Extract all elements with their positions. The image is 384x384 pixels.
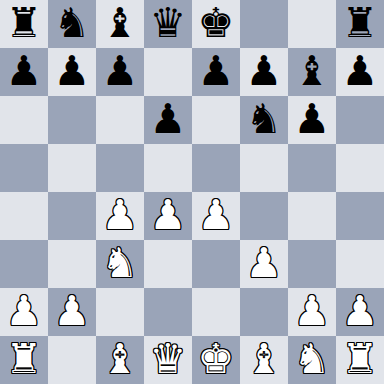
black-pawn[interactable]: ♟	[294, 95, 331, 143]
white-knight[interactable]: ♞	[294, 335, 331, 383]
square-d7[interactable]	[144, 48, 192, 96]
square-b6[interactable]	[48, 96, 96, 144]
black-king[interactable]: ♚	[198, 0, 235, 47]
square-c7[interactable]: ♟	[96, 48, 144, 96]
black-bishop[interactable]: ♝	[294, 47, 331, 95]
square-c4[interactable]: ♟	[96, 192, 144, 240]
white-bishop[interactable]: ♝	[102, 335, 139, 383]
black-pawn[interactable]: ♟	[54, 47, 91, 95]
square-d4[interactable]: ♟	[144, 192, 192, 240]
square-a8[interactable]: ♜	[0, 0, 48, 48]
square-a4[interactable]	[0, 192, 48, 240]
square-a6[interactable]	[0, 96, 48, 144]
black-rook[interactable]: ♜	[342, 0, 379, 47]
square-b8[interactable]: ♞	[48, 0, 96, 48]
white-pawn[interactable]: ♟	[54, 287, 91, 335]
square-b5[interactable]	[48, 144, 96, 192]
square-e7[interactable]: ♟	[192, 48, 240, 96]
white-knight[interactable]: ♞	[102, 239, 139, 287]
white-king[interactable]: ♚	[198, 335, 235, 383]
square-b1[interactable]	[48, 336, 96, 384]
square-h7[interactable]: ♟	[336, 48, 384, 96]
square-g7[interactable]: ♝	[288, 48, 336, 96]
square-f3[interactable]: ♟	[240, 240, 288, 288]
white-bishop[interactable]: ♝	[246, 335, 283, 383]
square-d5[interactable]	[144, 144, 192, 192]
black-pawn[interactable]: ♟	[6, 47, 43, 95]
white-pawn[interactable]: ♟	[294, 287, 331, 335]
square-c5[interactable]	[96, 144, 144, 192]
square-c6[interactable]	[96, 96, 144, 144]
black-knight[interactable]: ♞	[246, 95, 283, 143]
square-h3[interactable]	[336, 240, 384, 288]
square-c3[interactable]: ♞	[96, 240, 144, 288]
square-d1[interactable]: ♛	[144, 336, 192, 384]
white-pawn[interactable]: ♟	[246, 239, 283, 287]
chess-board: ♜♞♝♛♚♜♟♟♟♟♟♝♟♟♞♟♟♟♟♞♟♟♟♟♟♜♝♛♚♝♞♜	[0, 0, 384, 384]
black-queen[interactable]: ♛	[150, 0, 187, 47]
square-d6[interactable]: ♟	[144, 96, 192, 144]
white-rook[interactable]: ♜	[6, 335, 43, 383]
square-h1[interactable]: ♜	[336, 336, 384, 384]
square-e4[interactable]: ♟	[192, 192, 240, 240]
square-b4[interactable]	[48, 192, 96, 240]
square-a3[interactable]	[0, 240, 48, 288]
square-h2[interactable]: ♟	[336, 288, 384, 336]
black-pawn[interactable]: ♟	[246, 47, 283, 95]
white-pawn[interactable]: ♟	[342, 287, 379, 335]
square-g8[interactable]	[288, 0, 336, 48]
black-pawn[interactable]: ♟	[198, 47, 235, 95]
square-b7[interactable]: ♟	[48, 48, 96, 96]
square-f2[interactable]	[240, 288, 288, 336]
square-d2[interactable]	[144, 288, 192, 336]
square-e5[interactable]	[192, 144, 240, 192]
black-pawn[interactable]: ♟	[150, 95, 187, 143]
square-g1[interactable]: ♞	[288, 336, 336, 384]
square-f1[interactable]: ♝	[240, 336, 288, 384]
square-h4[interactable]	[336, 192, 384, 240]
square-e3[interactable]	[192, 240, 240, 288]
black-knight[interactable]: ♞	[54, 0, 91, 47]
square-g3[interactable]	[288, 240, 336, 288]
white-rook[interactable]: ♜	[342, 335, 379, 383]
square-b3[interactable]	[48, 240, 96, 288]
square-e2[interactable]	[192, 288, 240, 336]
square-d8[interactable]: ♛	[144, 0, 192, 48]
black-pawn[interactable]: ♟	[342, 47, 379, 95]
black-rook[interactable]: ♜	[6, 0, 43, 47]
square-h8[interactable]: ♜	[336, 0, 384, 48]
square-e8[interactable]: ♚	[192, 0, 240, 48]
square-h6[interactable]	[336, 96, 384, 144]
square-d3[interactable]	[144, 240, 192, 288]
square-c8[interactable]: ♝	[96, 0, 144, 48]
square-g5[interactable]	[288, 144, 336, 192]
white-pawn[interactable]: ♟	[198, 191, 235, 239]
square-f6[interactable]: ♞	[240, 96, 288, 144]
black-pawn[interactable]: ♟	[102, 47, 139, 95]
square-e6[interactable]	[192, 96, 240, 144]
square-a5[interactable]	[0, 144, 48, 192]
square-a2[interactable]: ♟	[0, 288, 48, 336]
white-queen[interactable]: ♛	[150, 335, 187, 383]
square-c2[interactable]	[96, 288, 144, 336]
square-g4[interactable]	[288, 192, 336, 240]
square-a7[interactable]: ♟	[0, 48, 48, 96]
square-a1[interactable]: ♜	[0, 336, 48, 384]
square-g6[interactable]: ♟	[288, 96, 336, 144]
square-e1[interactable]: ♚	[192, 336, 240, 384]
white-pawn[interactable]: ♟	[6, 287, 43, 335]
black-bishop[interactable]: ♝	[102, 0, 139, 47]
square-f4[interactable]	[240, 192, 288, 240]
square-c1[interactable]: ♝	[96, 336, 144, 384]
white-pawn[interactable]: ♟	[150, 191, 187, 239]
square-f8[interactable]	[240, 0, 288, 48]
square-f7[interactable]: ♟	[240, 48, 288, 96]
square-h5[interactable]	[336, 144, 384, 192]
white-pawn[interactable]: ♟	[102, 191, 139, 239]
square-f5[interactable]	[240, 144, 288, 192]
square-g2[interactable]: ♟	[288, 288, 336, 336]
square-b2[interactable]: ♟	[48, 288, 96, 336]
